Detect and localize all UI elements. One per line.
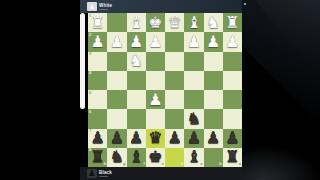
rank-label-8: 8 — [89, 148, 91, 152]
piece-white-pawn[interactable]: ♟ — [148, 92, 162, 108]
piece-white-bishop[interactable]: ♝ — [187, 15, 201, 31]
piece-white-queen[interactable]: ♛ — [167, 15, 181, 31]
rank-label-4: 4 — [89, 71, 91, 75]
square-c8[interactable]: c♝ — [184, 148, 203, 167]
square-d4[interactable] — [165, 71, 184, 90]
square-f7[interactable]: ♟ — [127, 129, 146, 148]
rank-label-3: 3 — [89, 52, 91, 56]
pawn-avatar-icon: ♟ — [88, 3, 95, 11]
square-h7[interactable]: 7♟ — [88, 129, 107, 148]
piece-white-pawn[interactable]: ♟ — [90, 34, 104, 50]
square-g3[interactable] — [107, 52, 126, 71]
square-b4[interactable] — [204, 71, 223, 90]
rank-label-1: 1 — [89, 14, 91, 18]
square-f5[interactable] — [127, 90, 146, 109]
video-frame: ♟ White 1♜♝♚♛♝♞♜2♟♟♟♟♟♟♟3♞45♟6♞7♟♟♟♛♟♟♟♟… — [0, 0, 320, 180]
piece-white-pawn[interactable]: ♟ — [110, 34, 124, 50]
piece-black-knight[interactable]: ♞ — [187, 111, 201, 127]
square-b8[interactable]: b — [204, 148, 223, 167]
piece-white-rook[interactable]: ♜ — [90, 15, 104, 31]
bottom-player-subtext — [99, 176, 108, 178]
piece-white-king[interactable]: ♚ — [148, 15, 162, 31]
menu-dot-icon[interactable] — [244, 3, 246, 5]
chess-board: 1♜♝♚♛♝♞♜2♟♟♟♟♟♟♟3♞45♟6♞7♟♟♟♛♟♟♟♟8h♜g♞f♝e… — [88, 13, 242, 167]
bottom-player-name: Black — [99, 170, 112, 175]
square-g5[interactable] — [107, 90, 126, 109]
square-e7[interactable]: ♛ — [146, 129, 165, 148]
file-label-g: g — [123, 162, 125, 166]
square-b6[interactable] — [204, 109, 223, 128]
square-d5[interactable] — [165, 90, 184, 109]
square-c6[interactable]: ♞ — [184, 109, 203, 128]
square-f4[interactable] — [127, 71, 146, 90]
top-player-info: White — [99, 3, 112, 10]
bottom-player-info: Black — [99, 170, 112, 177]
file-label-b: b — [219, 162, 221, 166]
square-e8[interactable]: e♚ — [146, 148, 165, 167]
square-h4[interactable]: 4 — [88, 71, 107, 90]
square-g8[interactable]: g♞ — [107, 148, 126, 167]
square-c4[interactable] — [184, 71, 203, 90]
square-b1[interactable]: ♞ — [204, 13, 223, 32]
rank-label-7: 7 — [89, 129, 91, 133]
piece-black-pawn[interactable]: ♟ — [225, 130, 239, 146]
square-e2[interactable]: ♟ — [146, 32, 165, 51]
piece-black-pawn[interactable]: ♟ — [167, 130, 181, 146]
square-b3[interactable] — [204, 52, 223, 71]
square-a2[interactable]: ♟ — [223, 32, 242, 51]
square-a6[interactable] — [223, 109, 242, 128]
piece-black-king[interactable]: ♚ — [148, 149, 162, 165]
square-b2[interactable]: ♟ — [204, 32, 223, 51]
piece-white-knight[interactable]: ♞ — [206, 15, 220, 31]
square-f2[interactable]: ♟ — [127, 32, 146, 51]
square-h8[interactable]: 8h♜ — [88, 148, 107, 167]
pawn-avatar-icon: ♟ — [88, 170, 95, 178]
square-a8[interactable]: a♜ — [223, 148, 242, 167]
piece-white-pawn[interactable]: ♟ — [206, 34, 220, 50]
square-f6[interactable] — [127, 109, 146, 128]
piece-black-pawn[interactable]: ♟ — [90, 130, 104, 146]
square-g4[interactable] — [107, 71, 126, 90]
scrollbar-thumb[interactable] — [80, 13, 85, 109]
square-a4[interactable] — [223, 71, 242, 90]
square-f3[interactable]: ♞ — [127, 52, 146, 71]
square-c7[interactable]: ♟ — [184, 129, 203, 148]
square-d7[interactable]: ♟ — [165, 129, 184, 148]
piece-white-rook[interactable]: ♜ — [225, 15, 239, 31]
square-b5[interactable] — [204, 90, 223, 109]
piece-black-pawn[interactable]: ♟ — [129, 130, 143, 146]
piece-black-pawn[interactable]: ♟ — [187, 130, 201, 146]
square-e5[interactable]: ♟ — [146, 90, 165, 109]
square-c3[interactable] — [184, 52, 203, 71]
square-f8[interactable]: f♝ — [127, 148, 146, 167]
piece-white-bishop[interactable]: ♝ — [129, 15, 143, 31]
square-d8[interactable]: d — [165, 148, 184, 167]
square-c1[interactable]: ♝ — [184, 13, 203, 32]
file-label-e: e — [162, 162, 164, 166]
black-player-avatar[interactable]: ♟ — [87, 169, 97, 179]
square-d2[interactable] — [165, 32, 184, 51]
square-c5[interactable] — [184, 90, 203, 109]
square-e1[interactable]: ♚ — [146, 13, 165, 32]
square-d6[interactable] — [165, 109, 184, 128]
piece-black-rook[interactable]: ♜ — [90, 149, 104, 165]
file-label-c: c — [200, 162, 202, 166]
square-e3[interactable] — [146, 52, 165, 71]
rank-label-2: 2 — [89, 33, 91, 37]
piece-black-queen[interactable]: ♛ — [148, 130, 162, 146]
square-g7[interactable]: ♟ — [107, 129, 126, 148]
phone-screen: ♟ White 1♜♝♚♛♝♞♜2♟♟♟♟♟♟♟3♞45♟6♞7♟♟♟♛♟♟♟♟… — [80, 0, 242, 180]
square-h3[interactable]: 3 — [88, 52, 107, 71]
square-h2[interactable]: 2♟ — [88, 32, 107, 51]
square-g1[interactable] — [107, 13, 126, 32]
piece-black-pawn[interactable]: ♟ — [110, 130, 124, 146]
square-a1[interactable]: ♜ — [223, 13, 242, 32]
square-c2[interactable]: ♟ — [184, 32, 203, 51]
rank-label-6: 6 — [89, 110, 91, 114]
file-label-f: f — [143, 162, 144, 166]
file-label-d: d — [181, 162, 183, 166]
file-label-a: a — [239, 162, 241, 166]
bottom-player-bar: ♟ Black — [80, 167, 242, 180]
square-g2[interactable]: ♟ — [107, 32, 126, 51]
file-label-h: h — [104, 162, 106, 166]
piece-white-pawn[interactable]: ♟ — [148, 34, 162, 50]
top-player-name: White — [99, 3, 112, 8]
piece-white-pawn[interactable]: ♟ — [129, 34, 143, 50]
square-d3[interactable] — [165, 52, 184, 71]
piece-black-bishop[interactable]: ♝ — [187, 149, 201, 165]
piece-black-rook[interactable]: ♜ — [225, 149, 239, 165]
white-player-avatar[interactable]: ♟ — [87, 2, 97, 12]
square-a5[interactable] — [223, 90, 242, 109]
piece-black-bishop[interactable]: ♝ — [129, 149, 143, 165]
square-h1[interactable]: 1♜ — [88, 13, 107, 32]
square-d1[interactable]: ♛ — [165, 13, 184, 32]
piece-white-pawn[interactable]: ♟ — [187, 34, 201, 50]
square-e4[interactable] — [146, 71, 165, 90]
square-e6[interactable] — [146, 109, 165, 128]
square-b7[interactable]: ♟ — [204, 129, 223, 148]
square-h5[interactable]: 5 — [88, 90, 107, 109]
piece-black-pawn[interactable]: ♟ — [206, 130, 220, 146]
piece-white-pawn[interactable]: ♟ — [225, 34, 239, 50]
square-g6[interactable] — [107, 109, 126, 128]
square-a7[interactable]: ♟ — [223, 129, 242, 148]
top-player-subtext — [99, 9, 108, 11]
square-a3[interactable] — [223, 52, 242, 71]
square-f1[interactable]: ♝ — [127, 13, 146, 32]
rank-label-5: 5 — [89, 91, 91, 95]
piece-white-knight[interactable]: ♞ — [129, 53, 143, 69]
piece-black-knight[interactable]: ♞ — [110, 149, 124, 165]
square-h6[interactable]: 6 — [88, 109, 107, 128]
top-player-bar: ♟ White — [80, 0, 242, 13]
